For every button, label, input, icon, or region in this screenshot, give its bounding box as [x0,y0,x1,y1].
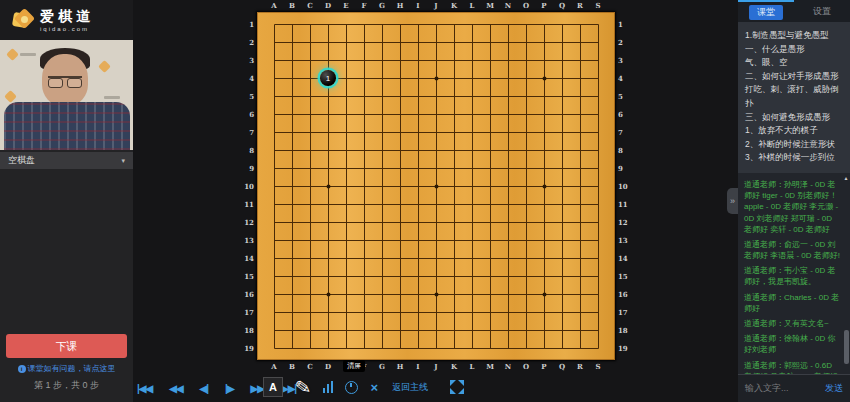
coord-number-left: 10 [241,182,254,191]
coord-number-left: 16 [241,290,254,299]
fullscreen-icon[interactable] [450,380,464,394]
coord-number-left: 6 [241,110,254,119]
coord-letter-bottom: C [301,362,319,371]
coord-letter-top: G [373,1,391,10]
chat-text-input[interactable]: 输入文字... [745,382,821,395]
note-line: 1.制造愚型与避免愚型 [745,29,844,43]
coord-number-left: 8 [241,146,254,155]
coord-letter-top: C [301,1,319,10]
coord-letter-bottom: Q [553,362,571,371]
coord-number-left: 11 [241,200,254,209]
chevron-down-icon: ▾ [121,152,125,169]
board-area: AABBCCDDEEFFGGHHIIJJKKLLMMNNOOPPQQRRSS11… [133,0,738,402]
panel-collapse-handle[interactable]: » [727,188,738,214]
coord-letter-bottom: M [481,362,499,371]
coord-letter-top: R [571,1,589,10]
coord-number-left: 2 [241,38,254,47]
teacher-shirt [4,102,130,150]
coord-number-left: 13 [241,236,254,245]
coord-number-left: 9 [241,164,254,173]
coord-number-right: 7 [618,128,631,137]
coord-letter-bottom: D [319,362,337,371]
coord-number-right: 5 [618,92,631,101]
step-back-icon[interactable]: ◀| [200,383,209,394]
video-wall-mark [104,96,120,99]
move-step-status: 第 1 步，共 0 步 [0,379,133,392]
tab-settings-label: 设置 [813,5,831,18]
coord-number-left: 5 [241,92,254,101]
coord-number-right: 15 [618,272,631,281]
timer-icon[interactable] [345,381,358,394]
board-select-dropdown[interactable]: 空棋盘 ▾ [0,152,133,169]
note-line: 1、放弃不大的棋子 [745,124,844,138]
video-wall-logo [4,90,17,103]
coord-number-left: 12 [241,218,254,227]
coord-number-right: 14 [618,254,631,263]
coord-number-right: 16 [618,290,631,299]
lesson-notes: 1.制造愚型与避免愚型一、什么是愚形气、眼、空二、如何让对手形成愚形打吃、刺、滚… [738,22,850,173]
note-line: 三、如何避免形成愚形 [745,111,844,125]
note-line: 2、补断的时候注意形状 [745,138,844,152]
coord-letter-bottom: K [445,362,463,371]
chat-message: 道通老师：俞远一 - 0D 刘老师好 李语晨 - 0D 老师好! [744,239,841,261]
note-line: 二、如何让对手形成愚形 [745,70,844,84]
coord-letter-bottom: S [589,362,607,371]
fast-forward-icon[interactable]: ▶▶ [251,383,264,394]
coord-letter-bottom: P [535,362,553,371]
coord-letter-top: D [319,1,337,10]
chat-messages: 道通老师：孙明泽 - 0D 老师好 tiger - 0D 别老师好！ apple… [744,179,841,374]
coord-letter-top: J [427,1,445,10]
tab-classroom-label: 课堂 [749,5,783,20]
coord-letter-top: E [337,1,355,10]
coord-number-left: 18 [241,326,254,335]
app-window: 爱棋道 iqidao.com 空棋盘 ▾ 下课 i课堂如有问题，请点这里 第 1… [0,0,850,402]
jump-start-icon[interactable]: |◀◀ [137,383,152,394]
chat-message: 道通老师：Charles - 0D 老师好 [744,292,841,314]
coord-number-right: 3 [618,56,631,65]
coord-number-right: 19 [618,344,631,353]
coord-number-right: 18 [618,326,631,335]
brand-name: 爱棋道 [40,9,94,23]
video-wall-mark [20,53,36,56]
coord-number-right: 13 [618,236,631,245]
scrollbar-thumb[interactable] [844,330,849,364]
board-tools: A ✎ × 返回主线 [263,374,464,400]
coord-letter-bottom: B [283,362,301,371]
send-button[interactable]: 发送 [825,382,843,395]
teacher-glasses [48,76,82,87]
chat-panel: 道通老师：孙明泽 - 0D 老师好 tiger - 0D 别老师好！ apple… [738,173,850,374]
note-line: 气、眼、空 [745,56,844,70]
clear-x-icon[interactable]: × [370,381,378,394]
sidebar: 爱棋道 iqidao.com 空棋盘 ▾ 下课 i课堂如有问题，请点这里 第 1… [0,0,133,402]
chat-message: 道通老师：郭熙远 - 0.6D 老师好 吴忠航 - 0D 老师好 宋子铭 - 0… [744,360,841,374]
board-grid [257,12,615,360]
coord-number-left: 1 [241,20,254,29]
coord-number-right: 10 [618,182,631,191]
tool-tooltip: 清屏 [343,360,365,372]
coord-letter-bottom: J [427,362,445,371]
coord-letter-top: P [535,1,553,10]
text-marker-tool[interactable]: A [263,377,283,397]
note-line: 一、什么是愚形 [745,43,844,57]
coord-letter-top: I [409,1,427,10]
coord-number-right: 9 [618,164,631,173]
coord-number-left: 4 [241,74,254,83]
teacher-video [0,40,133,150]
coord-letter-top: H [391,1,409,10]
coord-number-left: 3 [241,56,254,65]
end-class-button[interactable]: 下课 [6,334,127,358]
video-wall-logo [98,60,111,73]
board-select-label: 空棋盘 [8,152,35,169]
coord-letter-bottom: A [265,362,283,371]
chat-scrollbar[interactable]: ▲ [843,175,849,372]
coord-letter-top: O [517,1,535,10]
coord-number-left: 15 [241,272,254,281]
scroll-up-icon[interactable]: ▲ [843,175,849,182]
coord-number-left: 19 [241,344,254,353]
coord-letter-bottom: H [391,362,409,371]
fast-back-icon[interactable]: ◀◀ [169,383,182,394]
chat-input-bar: 输入文字... 发送 [738,374,850,402]
coord-number-left: 17 [241,308,254,317]
brand-url: iqidao.com [40,26,94,32]
coord-letter-top: Q [553,1,571,10]
coord-number-right: 17 [618,308,631,317]
info-icon: i [18,365,26,373]
brand-header: 爱棋道 iqidao.com [0,0,133,40]
coord-letter-top: N [499,1,517,10]
coord-letter-bottom: L [463,362,481,371]
coord-letter-bottom: O [517,362,535,371]
coord-letter-bottom: I [409,362,427,371]
coord-number-left: 7 [241,128,254,137]
coord-letter-top: K [445,1,463,10]
coord-number-right: 8 [618,146,631,155]
coord-number-right: 12 [618,218,631,227]
go-board[interactable]: AABBCCDDEEFFGGHHIIJJKKLLMMNNOOPPQQRRSS11… [257,12,615,360]
coord-number-right: 4 [618,74,631,83]
coord-number-right: 11 [618,200,631,209]
coord-letter-bottom: N [499,362,517,371]
coord-letter-top: M [481,1,499,10]
coord-number-right: 2 [618,38,631,47]
note-line: 打吃、刺、滚打、威胁倒扑 [745,83,844,110]
coord-letter-top: S [589,1,607,10]
classroom-help-link[interactable]: i课堂如有问题，请点这里 [0,363,133,374]
chat-message: 道通老师：又有英文名~ [744,318,841,329]
note-line: 3、补棋的时候一步到位 [745,151,844,165]
coord-number-left: 14 [241,254,254,263]
coord-number-right: 1 [618,20,631,29]
return-mainline-button[interactable]: 返回主线 [392,381,428,394]
tab-classroom[interactable]: 课堂 [738,0,794,22]
chat-message: 道通老师：孙明泽 - 0D 老师好 tiger - 0D 别老师好！ apple… [744,179,841,235]
video-wall-logo [6,48,19,61]
coord-number-right: 6 [618,110,631,119]
coord-letter-bottom: R [571,362,589,371]
brand-logo-icon [12,9,34,31]
chat-message: 道通老师：徐翰林 - 0D 你好刘老师 [744,333,841,355]
coord-letter-top: L [463,1,481,10]
panel-tabs: 课堂 设置 [738,0,850,22]
coord-letter-bottom: G [373,362,391,371]
right-panel: » 课堂 设置 1.制造愚型与避免愚型一、什么是愚形气、眼、空二、如何让对手形成… [738,0,850,402]
coord-letter-top: F [355,1,373,10]
help-link-label: 课堂如有问题，请点这里 [28,364,116,373]
coord-letter-top: B [283,1,301,10]
tab-settings[interactable]: 设置 [794,0,850,22]
chat-message: 道通老师：韦小宝 - 0D 老师好，我是韦凯旋。 [744,265,841,287]
brush-icon[interactable]: ✎ [293,375,312,400]
stone-black-D4[interactable]: 1 [320,70,336,86]
stats-chart-icon[interactable] [323,381,334,393]
step-forward-icon[interactable]: |▶ [225,383,234,394]
coord-letter-top: A [265,1,283,10]
